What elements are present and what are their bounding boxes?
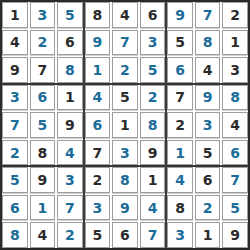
cell-r4c5[interactable]: 5 bbox=[112, 85, 138, 111]
cell-r8c5[interactable]: 9 bbox=[112, 195, 138, 221]
cell-r9c9[interactable]: 9 bbox=[222, 222, 248, 248]
cell-r6c7[interactable]: 1 bbox=[167, 140, 193, 166]
cell-r1c6[interactable]: 6 bbox=[140, 2, 166, 28]
cell-r9c8[interactable]: 1 bbox=[195, 222, 221, 248]
cell-r3c6[interactable]: 5 bbox=[140, 57, 166, 83]
cell-r9c3[interactable]: 2 bbox=[57, 222, 83, 248]
cell-r4c4[interactable]: 4 bbox=[85, 85, 111, 111]
cell-r2c1[interactable]: 4 bbox=[2, 30, 28, 56]
cell-r7c3[interactable]: 3 bbox=[57, 167, 83, 193]
cell-r7c6[interactable]: 1 bbox=[140, 167, 166, 193]
cell-r3c9[interactable]: 3 bbox=[222, 57, 248, 83]
cell-r1c2[interactable]: 3 bbox=[30, 2, 56, 28]
cell-r9c1[interactable]: 8 bbox=[2, 222, 28, 248]
cell-r5c3[interactable]: 9 bbox=[57, 112, 83, 138]
block-1-2: 798234156 bbox=[167, 85, 248, 166]
cell-r2c6[interactable]: 3 bbox=[140, 30, 166, 56]
cell-r4c7[interactable]: 7 bbox=[167, 85, 193, 111]
block-2-1: 281394567 bbox=[85, 167, 166, 248]
cell-r6c5[interactable]: 3 bbox=[112, 140, 138, 166]
cell-r9c7[interactable]: 3 bbox=[167, 222, 193, 248]
cell-r1c3[interactable]: 5 bbox=[57, 2, 83, 28]
cell-r6c3[interactable]: 4 bbox=[57, 140, 83, 166]
cell-r7c4[interactable]: 2 bbox=[85, 167, 111, 193]
block-1-0: 361759284 bbox=[2, 85, 83, 166]
cell-r3c5[interactable]: 2 bbox=[112, 57, 138, 83]
cell-r2c2[interactable]: 2 bbox=[30, 30, 56, 56]
cell-r7c7[interactable]: 4 bbox=[167, 167, 193, 193]
cell-r6c8[interactable]: 5 bbox=[195, 140, 221, 166]
cell-r5c5[interactable]: 1 bbox=[112, 112, 138, 138]
cell-r4c2[interactable]: 6 bbox=[30, 85, 56, 111]
cell-r4c9[interactable]: 8 bbox=[222, 85, 248, 111]
cell-r7c9[interactable]: 7 bbox=[222, 167, 248, 193]
block-0-2: 972581643 bbox=[167, 2, 248, 83]
cell-r3c1[interactable]: 9 bbox=[2, 57, 28, 83]
cell-r8c1[interactable]: 6 bbox=[2, 195, 28, 221]
cell-r1c4[interactable]: 8 bbox=[85, 2, 111, 28]
cell-r2c5[interactable]: 7 bbox=[112, 30, 138, 56]
cell-r3c7[interactable]: 6 bbox=[167, 57, 193, 83]
block-0-0: 135426978 bbox=[2, 2, 83, 83]
cell-r8c2[interactable]: 1 bbox=[30, 195, 56, 221]
cell-r2c7[interactable]: 5 bbox=[167, 30, 193, 56]
cell-r8c4[interactable]: 3 bbox=[85, 195, 111, 221]
cell-r9c2[interactable]: 4 bbox=[30, 222, 56, 248]
cell-r1c7[interactable]: 9 bbox=[167, 2, 193, 28]
sudoku-board: 1354269788469731259725816433617592844526… bbox=[0, 0, 250, 250]
cell-r9c4[interactable]: 5 bbox=[85, 222, 111, 248]
cell-r7c1[interactable]: 5 bbox=[2, 167, 28, 193]
cell-r6c9[interactable]: 6 bbox=[222, 140, 248, 166]
cell-r7c2[interactable]: 9 bbox=[30, 167, 56, 193]
block-1-1: 452618739 bbox=[85, 85, 166, 166]
cell-r7c5[interactable]: 8 bbox=[112, 167, 138, 193]
block-2-2: 467825319 bbox=[167, 167, 248, 248]
cell-r1c8[interactable]: 7 bbox=[195, 2, 221, 28]
cell-r2c3[interactable]: 6 bbox=[57, 30, 83, 56]
cell-r8c6[interactable]: 4 bbox=[140, 195, 166, 221]
cell-r6c2[interactable]: 8 bbox=[30, 140, 56, 166]
cell-r6c1[interactable]: 2 bbox=[2, 140, 28, 166]
cell-r7c8[interactable]: 6 bbox=[195, 167, 221, 193]
cell-r4c1[interactable]: 3 bbox=[2, 85, 28, 111]
cell-r6c4[interactable]: 7 bbox=[85, 140, 111, 166]
cell-r1c1[interactable]: 1 bbox=[2, 2, 28, 28]
cell-r3c4[interactable]: 1 bbox=[85, 57, 111, 83]
cell-r2c9[interactable]: 1 bbox=[222, 30, 248, 56]
cell-r3c2[interactable]: 7 bbox=[30, 57, 56, 83]
cell-r5c1[interactable]: 7 bbox=[2, 112, 28, 138]
cell-r4c8[interactable]: 9 bbox=[195, 85, 221, 111]
cell-r5c8[interactable]: 3 bbox=[195, 112, 221, 138]
cell-r1c5[interactable]: 4 bbox=[112, 2, 138, 28]
cell-r1c9[interactable]: 2 bbox=[222, 2, 248, 28]
cell-r5c7[interactable]: 2 bbox=[167, 112, 193, 138]
cell-r2c8[interactable]: 8 bbox=[195, 30, 221, 56]
cell-r9c6[interactable]: 7 bbox=[140, 222, 166, 248]
cell-r4c3[interactable]: 1 bbox=[57, 85, 83, 111]
cell-r8c9[interactable]: 5 bbox=[222, 195, 248, 221]
cell-r5c4[interactable]: 6 bbox=[85, 112, 111, 138]
cell-r6c6[interactable]: 9 bbox=[140, 140, 166, 166]
cell-r8c7[interactable]: 8 bbox=[167, 195, 193, 221]
cell-r3c8[interactable]: 4 bbox=[195, 57, 221, 83]
cell-r5c6[interactable]: 8 bbox=[140, 112, 166, 138]
block-0-1: 846973125 bbox=[85, 2, 166, 83]
block-2-0: 593617842 bbox=[2, 167, 83, 248]
cell-r3c3[interactable]: 8 bbox=[57, 57, 83, 83]
cell-r8c8[interactable]: 2 bbox=[195, 195, 221, 221]
cell-r5c2[interactable]: 5 bbox=[30, 112, 56, 138]
cell-r2c4[interactable]: 9 bbox=[85, 30, 111, 56]
cell-r5c9[interactable]: 4 bbox=[222, 112, 248, 138]
cell-r8c3[interactable]: 7 bbox=[57, 195, 83, 221]
cell-r4c6[interactable]: 2 bbox=[140, 85, 166, 111]
cell-r9c5[interactable]: 6 bbox=[112, 222, 138, 248]
